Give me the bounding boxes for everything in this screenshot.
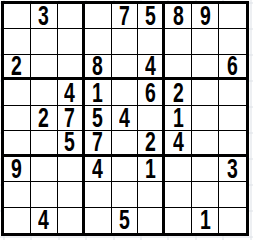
- cell-r9c1[interactable]: [4, 208, 31, 233]
- cell-r7c7[interactable]: [165, 157, 192, 182]
- cell-r7c5[interactable]: [112, 157, 139, 182]
- given-digit: 4: [92, 157, 103, 182]
- cell-r6c2[interactable]: [31, 131, 58, 156]
- cell-r5c9[interactable]: [219, 106, 246, 131]
- cell-r5c3[interactable]: 7: [58, 106, 85, 131]
- cell-r2c1[interactable]: [4, 29, 31, 54]
- given-digit: 4: [38, 208, 49, 233]
- sudoku-board: 37589284641622754157249413451: [1, 1, 249, 236]
- sudoku-screenshot: 37589284641622754157249413451: [0, 0, 253, 240]
- given-digit: 3: [227, 157, 238, 182]
- cell-r2c3[interactable]: [58, 29, 85, 54]
- given-digit: 9: [12, 157, 23, 182]
- cell-r8c5[interactable]: [112, 182, 139, 207]
- cell-r6c3[interactable]: 5: [58, 131, 85, 156]
- cell-r5c2[interactable]: 2: [31, 106, 58, 131]
- cell-r8c3[interactable]: [58, 182, 85, 207]
- cell-r9c3[interactable]: [58, 208, 85, 233]
- given-digit: 4: [64, 80, 75, 105]
- cell-r5c6[interactable]: [138, 106, 165, 131]
- cell-r8c6[interactable]: [138, 182, 165, 207]
- cell-r7c9[interactable]: 3: [219, 157, 246, 182]
- cell-r1c1[interactable]: [4, 4, 31, 29]
- cell-r4c9[interactable]: [219, 80, 246, 105]
- given-digit: 1: [145, 157, 156, 182]
- cell-r9c8[interactable]: 1: [192, 208, 219, 233]
- cell-r1c7[interactable]: 8: [165, 4, 192, 29]
- cell-r3c4[interactable]: 8: [85, 55, 112, 80]
- cell-r4c5[interactable]: [112, 80, 139, 105]
- cell-r1c5[interactable]: 7: [112, 4, 139, 29]
- cell-r4c4[interactable]: 1: [85, 80, 112, 105]
- cell-r9c9[interactable]: [219, 208, 246, 233]
- cell-r3c2[interactable]: [31, 55, 58, 80]
- cell-r6c6[interactable]: 2: [138, 131, 165, 156]
- cell-r7c6[interactable]: 1: [138, 157, 165, 182]
- cell-r7c8[interactable]: [192, 157, 219, 182]
- cell-r5c8[interactable]: [192, 106, 219, 131]
- cell-r8c2[interactable]: [31, 182, 58, 207]
- cell-r6c8[interactable]: [192, 131, 219, 156]
- cell-r2c4[interactable]: [85, 29, 112, 54]
- cell-r5c4[interactable]: 5: [85, 106, 112, 131]
- cell-r7c3[interactable]: [58, 157, 85, 182]
- cell-r2c8[interactable]: [192, 29, 219, 54]
- given-digit: 2: [38, 106, 49, 131]
- cell-r9c7[interactable]: [165, 208, 192, 233]
- cell-r5c1[interactable]: [4, 106, 31, 131]
- cell-r1c2[interactable]: 3: [31, 4, 58, 29]
- cell-r4c6[interactable]: 6: [138, 80, 165, 105]
- given-digit: 3: [38, 4, 49, 29]
- cell-r5c7[interactable]: 1: [165, 106, 192, 131]
- cell-r1c9[interactable]: [219, 4, 246, 29]
- given-digit: 1: [200, 208, 211, 233]
- cell-r6c9[interactable]: [219, 131, 246, 156]
- given-digit: 4: [173, 131, 184, 156]
- given-digit: 9: [200, 4, 211, 29]
- cell-r4c7[interactable]: 2: [165, 80, 192, 105]
- given-digit: 8: [173, 4, 184, 29]
- given-digit: 5: [92, 106, 103, 131]
- given-digit: 5: [64, 131, 75, 156]
- given-digit: 4: [119, 106, 130, 131]
- cell-r3c1[interactable]: 2: [4, 55, 31, 80]
- cell-r2c5[interactable]: [112, 29, 139, 54]
- cell-r4c8[interactable]: [192, 80, 219, 105]
- given-digit: 7: [119, 4, 130, 29]
- cell-r8c1[interactable]: [4, 182, 31, 207]
- cell-r5c5[interactable]: 4: [112, 106, 139, 131]
- cell-r3c9[interactable]: 6: [219, 55, 246, 80]
- cell-r9c5[interactable]: 5: [112, 208, 139, 233]
- given-digit: 2: [12, 55, 23, 80]
- given-digit: 7: [92, 131, 103, 156]
- cell-r4c2[interactable]: [31, 80, 58, 105]
- given-digit: 7: [64, 106, 75, 131]
- given-digit: 4: [145, 55, 156, 80]
- cell-r3c5[interactable]: [112, 55, 139, 80]
- cell-r4c3[interactable]: 4: [58, 80, 85, 105]
- cell-r9c2[interactable]: 4: [31, 208, 58, 233]
- given-digit: 1: [92, 80, 103, 105]
- cell-r9c6[interactable]: [138, 208, 165, 233]
- cell-r3c3[interactable]: [58, 55, 85, 80]
- given-digit: 8: [92, 55, 103, 80]
- cell-r2c9[interactable]: [219, 29, 246, 54]
- given-digit: 5: [145, 4, 156, 29]
- cell-r8c7[interactable]: [165, 182, 192, 207]
- cell-r6c4[interactable]: 7: [85, 131, 112, 156]
- cell-r3c6[interactable]: 4: [138, 55, 165, 80]
- cell-r2c2[interactable]: [31, 29, 58, 54]
- cell-r3c7[interactable]: [165, 55, 192, 80]
- cell-r7c2[interactable]: [31, 157, 58, 182]
- cell-r1c3[interactable]: [58, 4, 85, 29]
- cell-r7c1[interactable]: 9: [4, 157, 31, 182]
- cell-r3c8[interactable]: [192, 55, 219, 80]
- given-digit: 6: [145, 80, 156, 105]
- cell-r6c7[interactable]: 4: [165, 131, 192, 156]
- given-digit: 6: [227, 55, 238, 80]
- cell-r2c7[interactable]: [165, 29, 192, 54]
- given-digit: 5: [119, 208, 130, 233]
- cell-r9c4[interactable]: [85, 208, 112, 233]
- cell-r1c4[interactable]: [85, 4, 112, 29]
- given-digit: 2: [173, 80, 184, 105]
- cell-r8c8[interactable]: [192, 182, 219, 207]
- cell-r6c1[interactable]: [4, 131, 31, 156]
- cell-r7c4[interactable]: 4: [85, 157, 112, 182]
- given-digit: 1: [173, 106, 184, 131]
- cell-r1c8[interactable]: 9: [192, 4, 219, 29]
- cell-r2c6[interactable]: [138, 29, 165, 54]
- cell-r8c4[interactable]: [85, 182, 112, 207]
- given-digit: 2: [145, 131, 156, 156]
- cell-r8c9[interactable]: [219, 182, 246, 207]
- cell-r6c5[interactable]: [112, 131, 139, 156]
- cell-r1c6[interactable]: 5: [138, 4, 165, 29]
- cell-r4c1[interactable]: [4, 80, 31, 105]
